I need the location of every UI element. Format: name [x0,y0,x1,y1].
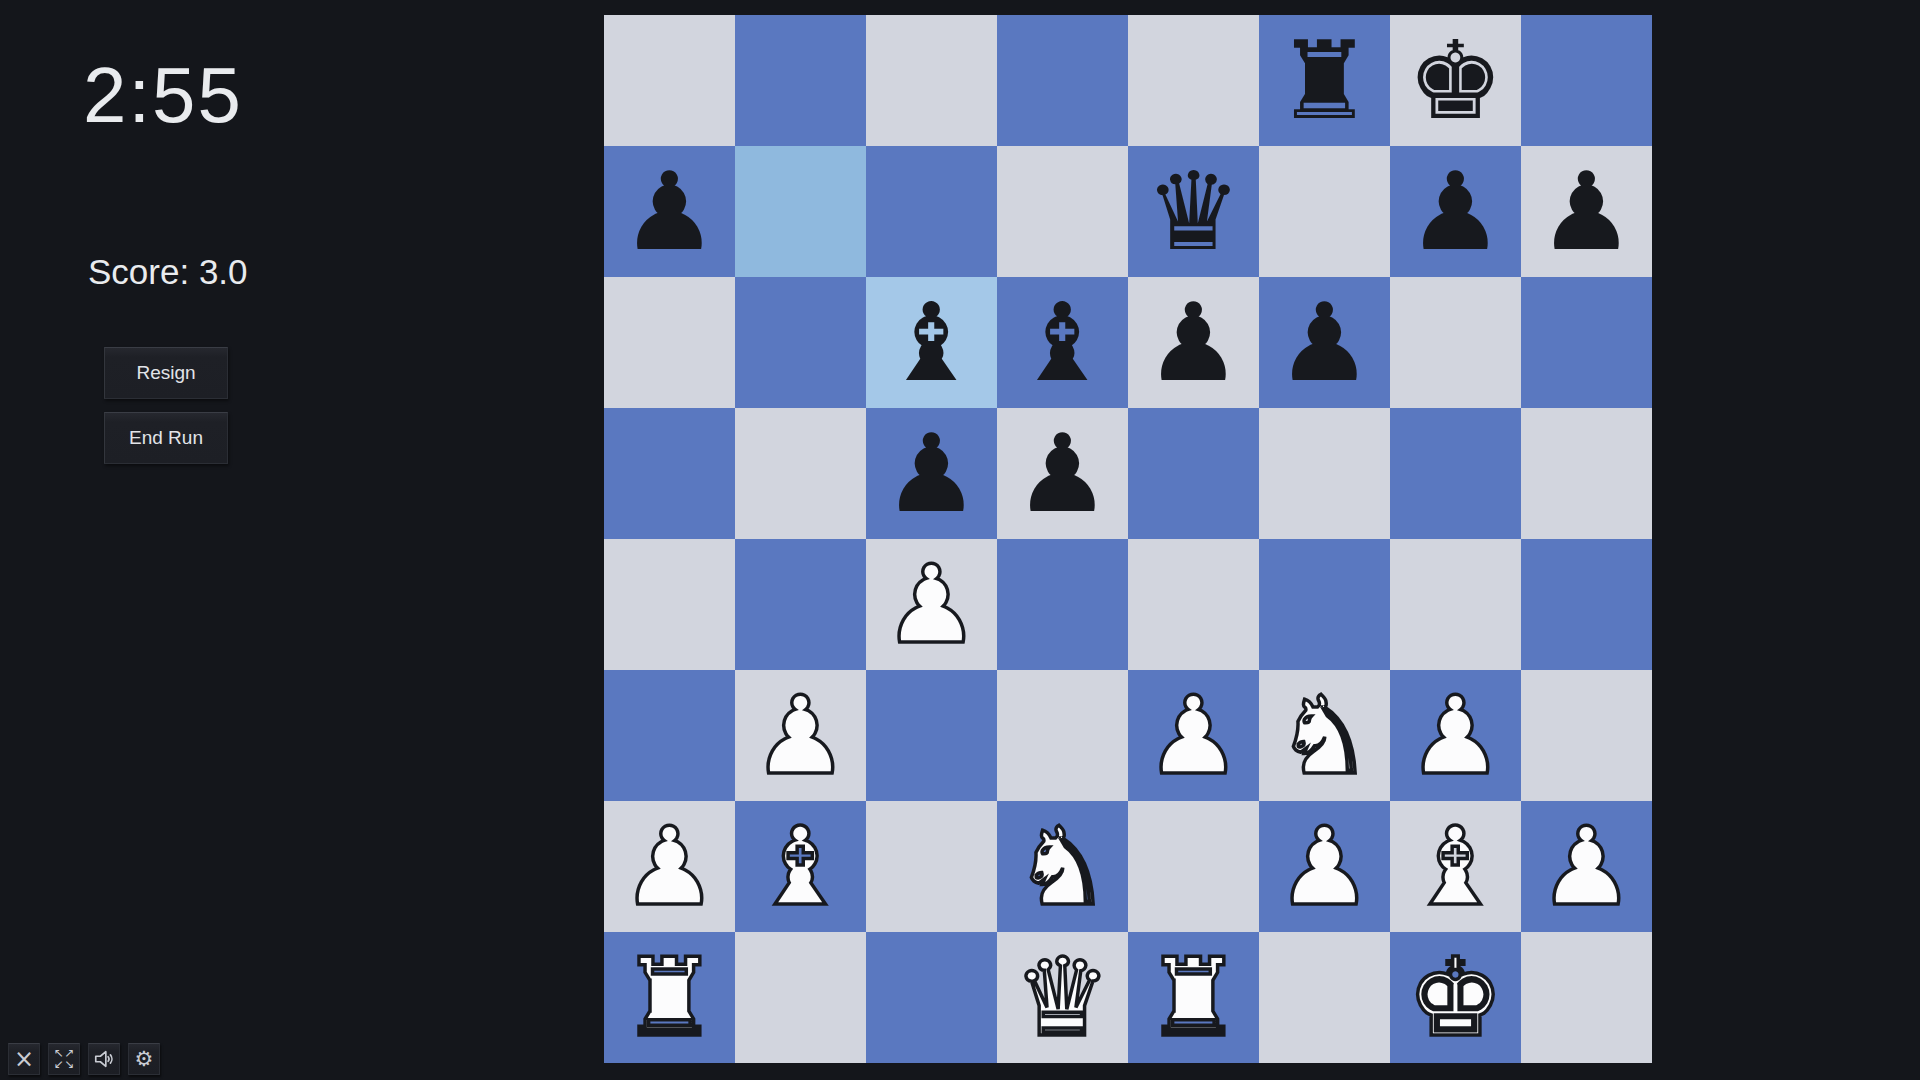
square-c7[interactable] [866,146,997,277]
square-g8[interactable]: ♚ [1390,15,1521,146]
square-e2[interactable] [1128,801,1259,932]
square-f4[interactable] [1259,539,1390,670]
square-a1[interactable]: ♜ [604,932,735,1063]
black-pawn[interactable]: ♟ [1390,146,1521,277]
square-b6[interactable] [735,277,866,408]
square-b4[interactable] [735,539,866,670]
square-c2[interactable] [866,801,997,932]
square-a4[interactable] [604,539,735,670]
end-run-button[interactable]: End Run [104,412,228,464]
square-e7[interactable]: ♛ [1128,146,1259,277]
black-pawn[interactable]: ♟ [1259,277,1390,408]
square-a8[interactable] [604,15,735,146]
square-f5[interactable] [1259,408,1390,539]
square-c4[interactable]: ♟ [866,539,997,670]
close-icon: × [14,1047,34,1071]
black-pawn[interactable]: ♟ [997,408,1128,539]
square-c6[interactable]: ♝ [866,277,997,408]
square-h6[interactable] [1521,277,1652,408]
white-bishop[interactable]: ♝ [735,801,866,932]
black-pawn[interactable]: ♟ [604,146,735,277]
white-queen[interactable]: ♛ [997,932,1128,1063]
black-king[interactable]: ♚ [1390,15,1521,146]
square-g5[interactable] [1390,408,1521,539]
square-f7[interactable] [1259,146,1390,277]
square-b1[interactable] [735,932,866,1063]
fullscreen-icon: ↖↗↙↘ [53,1048,75,1070]
black-pawn[interactable]: ♟ [1521,146,1652,277]
square-c3[interactable] [866,670,997,801]
gear-icon: ⚙ [135,1049,154,1070]
square-g6[interactable] [1390,277,1521,408]
square-a5[interactable] [604,408,735,539]
game-timer: 2:55 [83,50,243,141]
close-button[interactable]: × [8,1043,40,1075]
black-pawn[interactable]: ♟ [1128,277,1259,408]
square-f6[interactable]: ♟ [1259,277,1390,408]
square-a7[interactable]: ♟ [604,146,735,277]
white-pawn[interactable]: ♟ [1128,670,1259,801]
square-c1[interactable] [866,932,997,1063]
square-g2[interactable]: ♝ [1390,801,1521,932]
square-b8[interactable] [735,15,866,146]
square-d8[interactable] [997,15,1128,146]
square-f8[interactable]: ♜ [1259,15,1390,146]
square-c5[interactable]: ♟ [866,408,997,539]
white-rook[interactable]: ♜ [604,932,735,1063]
square-h5[interactable] [1521,408,1652,539]
black-queen[interactable]: ♛ [1128,146,1259,277]
black-pawn[interactable]: ♟ [866,408,997,539]
fullscreen-button[interactable]: ↖↗↙↘ [48,1043,80,1075]
white-pawn[interactable]: ♟ [866,539,997,670]
square-e5[interactable] [1128,408,1259,539]
volume-button[interactable] [88,1043,120,1075]
square-d7[interactable] [997,146,1128,277]
square-d4[interactable] [997,539,1128,670]
square-g3[interactable]: ♟ [1390,670,1521,801]
square-e1[interactable]: ♜ [1128,932,1259,1063]
black-bishop[interactable]: ♝ [997,277,1128,408]
square-d3[interactable] [997,670,1128,801]
square-h4[interactable] [1521,539,1652,670]
square-e3[interactable]: ♟ [1128,670,1259,801]
black-rook[interactable]: ♜ [1259,15,1390,146]
score-label: Score: 3.0 [88,252,248,292]
square-d2[interactable]: ♞ [997,801,1128,932]
volume-icon [93,1048,115,1070]
square-h3[interactable] [1521,670,1652,801]
square-a2[interactable]: ♟ [604,801,735,932]
square-h8[interactable] [1521,15,1652,146]
square-d6[interactable]: ♝ [997,277,1128,408]
white-knight[interactable]: ♞ [997,801,1128,932]
white-pawn[interactable]: ♟ [604,801,735,932]
square-b2[interactable]: ♝ [735,801,866,932]
square-e8[interactable] [1128,15,1259,146]
square-a6[interactable] [604,277,735,408]
white-bishop[interactable]: ♝ [1390,801,1521,932]
square-h7[interactable]: ♟ [1521,146,1652,277]
square-c8[interactable] [866,15,997,146]
square-f1[interactable] [1259,932,1390,1063]
square-g7[interactable]: ♟ [1390,146,1521,277]
white-pawn[interactable]: ♟ [1259,801,1390,932]
square-h2[interactable]: ♟ [1521,801,1652,932]
resign-button[interactable]: Resign [104,347,228,399]
square-g1[interactable]: ♚ [1390,932,1521,1063]
square-e4[interactable] [1128,539,1259,670]
square-e6[interactable]: ♟ [1128,277,1259,408]
chess-board: ♜♚♟♛♟♟♝♝♟♟♟♟♟♟♟♞♟♟♝♞♟♝♟♜♛♜♚ [604,15,1652,1063]
square-a3[interactable] [604,670,735,801]
square-f3[interactable]: ♞ [1259,670,1390,801]
white-knight[interactable]: ♞ [1259,670,1390,801]
square-g4[interactable] [1390,539,1521,670]
white-pawn[interactable]: ♟ [735,670,866,801]
white-pawn[interactable]: ♟ [1390,670,1521,801]
black-bishop[interactable]: ♝ [866,277,997,408]
square-f2[interactable]: ♟ [1259,801,1390,932]
white-rook[interactable]: ♜ [1128,932,1259,1063]
square-h1[interactable] [1521,932,1652,1063]
white-pawn[interactable]: ♟ [1521,801,1652,932]
square-d1[interactable]: ♛ [997,932,1128,1063]
square-b5[interactable] [735,408,866,539]
settings-button[interactable]: ⚙ [128,1043,160,1075]
white-king[interactable]: ♚ [1390,932,1521,1063]
square-b7[interactable] [735,146,866,277]
square-b3[interactable]: ♟ [735,670,866,801]
square-d5[interactable]: ♟ [997,408,1128,539]
